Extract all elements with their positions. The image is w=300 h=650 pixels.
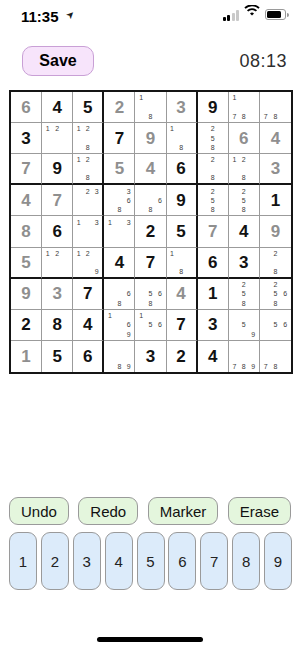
given-digit: 3 [21,130,30,147]
user-digit: 9 [21,285,30,302]
pencil-marks: 13 [74,217,101,245]
cell-r3c3[interactable]: 128 [73,154,104,185]
cell-r8c8[interactable]: 59 [229,310,260,341]
cell-r1c3[interactable]: 5 [73,92,104,123]
cell-r9c2[interactable]: 5 [42,341,73,372]
cell-r2c8[interactable]: 6 [229,123,260,154]
cell-r5c5[interactable]: 2 [135,216,166,247]
pencil-marks: 258 [199,186,227,214]
cell-r8c3[interactable]: 4 [73,310,104,341]
cell-r2c4[interactable]: 7 [104,123,135,154]
given-digit: 2 [176,348,185,365]
cell-r3c8[interactable]: 128 [229,154,260,185]
cell-r4c6[interactable]: 9 [167,185,198,216]
user-digit: 3 [271,160,280,177]
pencil-marks: 28 [199,155,227,182]
location-arrow-icon: ➤ [63,8,77,22]
user-digit: 7 [208,223,217,240]
cell-r1c2[interactable]: 4 [42,92,73,123]
cell-r7c8[interactable]: 258 [229,279,260,310]
given-digit: 3 [239,254,248,271]
cell-r5c7[interactable]: 7 [198,216,229,247]
given-digit: 5 [83,99,92,116]
user-digit: 9 [271,223,280,240]
wifi-icon [244,3,260,21]
given-digit: 7 [146,254,155,271]
pencil-marks: 68 [136,186,164,214]
pencil-marks: 18 [136,93,164,121]
cell-r4c2[interactable]: 7 [42,185,73,216]
user-digit: 4 [146,160,155,177]
given-digit: 9 [208,99,217,116]
given-digit: 5 [176,223,185,240]
cell-r7c9[interactable]: 2568 [260,279,291,310]
cell-r6c5[interactable]: 7 [135,248,166,279]
given-digit: 4 [52,99,61,116]
pencil-marks: 13 [105,217,133,245]
given-digit: 7 [83,285,92,302]
redo-button[interactable]: Redo [78,497,138,525]
pencil-marks: 56 [261,311,290,339]
given-digit: 6 [52,223,61,240]
user-digit: 7 [52,192,61,209]
pencil-marks: 28 [261,249,290,276]
given-digit: 1 [208,285,217,302]
pencil-marks: 23 [74,186,101,214]
pencil-marks: 258 [230,280,258,308]
cell-r1c9[interactable]: 78 [260,92,291,123]
user-digit: 4 [176,285,185,302]
cell-r8c5[interactable]: 156 [135,310,166,341]
pencil-marks: 128 [74,124,101,152]
pencil-marks: 78 [261,93,290,121]
cell-r3c5[interactable]: 4 [135,154,166,185]
cell-r7c3[interactable]: 7 [73,279,104,310]
cell-r6c8[interactable]: 3 [229,248,260,279]
cell-r7c2[interactable]: 3 [42,279,73,310]
cell-r3c4[interactable]: 5 [104,154,135,185]
user-digit: 5 [115,160,124,177]
pencil-marks: 89 [105,342,133,371]
cell-r3c1[interactable]: 7 [11,154,42,185]
pencil-marks: 12 [43,124,71,152]
cell-r9c9[interactable]: 78 [260,341,291,372]
cell-r4c5[interactable]: 68 [135,185,166,216]
cell-r6c2[interactable]: 12 [42,248,73,279]
cell-r9c1[interactable]: 1 [11,341,42,372]
user-digit: 9 [146,130,155,147]
given-digit: 6 [208,254,217,271]
cell-r8c2[interactable]: 8 [42,310,73,341]
cell-r9c7[interactable]: 4 [198,341,229,372]
status-time: 11:35 [21,8,59,25]
cellular-signal-icon [223,10,240,21]
given-digit: 3 [208,316,217,333]
pencil-marks: 59 [230,311,258,339]
cell-r2c6[interactable]: 18 [167,123,198,154]
num-button-9[interactable]: 9 [264,532,292,590]
cell-r3c2[interactable]: 9 [42,154,73,185]
home-indicator[interactable] [97,637,203,642]
cell-r3c6[interactable]: 6 [167,154,198,185]
num-button-6[interactable]: 6 [168,532,196,590]
cell-r8c7[interactable]: 3 [198,310,229,341]
cell-r9c4[interactable]: 89 [104,341,135,372]
user-digit: 1 [21,348,30,365]
cell-r5c2[interactable]: 6 [42,216,73,247]
cell-r6c3[interactable]: 129 [73,248,104,279]
status-icons [223,9,290,21]
cell-r7c5[interactable]: 568 [135,279,166,310]
given-digit: 4 [115,254,124,271]
user-digit: 4 [271,130,280,147]
control-bar: Undo Redo Marker Erase [9,497,291,525]
given-digit: 1 [271,192,280,209]
cell-r2c5[interactable]: 9 [135,123,166,154]
cell-r3c7[interactable]: 28 [198,154,229,185]
cell-r6c4[interactable]: 4 [104,248,135,279]
cell-r9c8[interactable]: 789 [229,341,260,372]
pencil-marks: 129 [74,249,101,276]
undo-button[interactable]: Undo [9,497,69,525]
user-digit: 8 [21,223,30,240]
cell-r1c7[interactable]: 9 [198,92,229,123]
pencil-marks: 568 [136,280,164,308]
cell-r7c6[interactable]: 4 [167,279,198,310]
pencil-marks: 12 [43,249,71,276]
given-digit: 3 [146,348,155,365]
pencil-marks: 78 [261,342,290,371]
cell-r1c8[interactable]: 178 [229,92,260,123]
given-digit: 2 [146,223,155,240]
cell-r2c9[interactable]: 4 [260,123,291,154]
given-digit: 4 [208,348,217,365]
cell-r3c9[interactable]: 3 [260,154,291,185]
user-digit: 6 [239,130,248,147]
cell-r1c4[interactable]: 2 [104,92,135,123]
cell-r5c3[interactable]: 13 [73,216,104,247]
user-digit: 5 [21,254,30,271]
cell-r4c1[interactable]: 4 [11,185,42,216]
cell-r4c7[interactable]: 258 [198,185,229,216]
given-digit: 2 [21,316,30,333]
pencil-marks: 368 [105,186,133,214]
given-digit: 8 [52,316,61,333]
pencil-marks: 18 [168,249,195,276]
cell-r2c1[interactable]: 3 [11,123,42,154]
num-button-2[interactable]: 2 [41,532,69,590]
given-digit: 7 [115,130,124,147]
pencil-marks: 178 [230,93,258,121]
pencil-marks: 128 [230,155,258,182]
given-digit: 6 [176,160,185,177]
given-digit: 4 [83,316,92,333]
pencil-marks: 128 [74,155,101,182]
cell-r6c9[interactable]: 28 [260,248,291,279]
pencil-marks: 169 [105,311,133,339]
num-button-5[interactable]: 5 [137,532,165,590]
given-digit: 5 [52,348,61,365]
cell-r5c8[interactable]: 4 [229,216,260,247]
cell-r9c3[interactable]: 6 [73,341,104,372]
game-timer: 08:13 [239,51,287,72]
cell-r7c4[interactable]: 68 [104,279,135,310]
erase-button[interactable]: Erase [228,497,291,525]
cell-r6c6[interactable]: 18 [167,248,198,279]
user-digit: 4 [21,192,30,209]
given-digit: 6 [83,348,92,365]
cell-r5c1[interactable]: 8 [11,216,42,247]
cell-r8c1[interactable]: 2 [11,310,42,341]
save-button[interactable]: Save [22,46,94,76]
cell-r4c8[interactable]: 258 [229,185,260,216]
pencil-marks: 2568 [261,280,290,308]
user-digit: 2 [115,99,124,116]
given-digit: 9 [52,160,61,177]
user-digit: 6 [21,99,30,116]
cell-r2c2[interactable]: 12 [42,123,73,154]
pencil-marks: 789 [230,342,258,371]
cell-r6c1[interactable]: 5 [11,248,42,279]
num-button-8[interactable]: 8 [232,532,260,590]
cell-r7c7[interactable]: 1 [198,279,229,310]
user-digit: 3 [176,99,185,116]
cell-r8c9[interactable]: 56 [260,310,291,341]
pencil-marks: 156 [136,311,164,339]
cell-r4c3[interactable]: 23 [73,185,104,216]
pencil-marks: 18 [168,124,195,152]
num-button-4[interactable]: 4 [105,532,133,590]
cell-r4c9[interactable]: 1 [260,185,291,216]
cell-r5c4[interactable]: 13 [104,216,135,247]
pencil-marks: 258 [230,186,258,214]
cell-r5c9[interactable]: 9 [260,216,291,247]
battery-icon [265,9,289,21]
cell-r8c6[interactable]: 7 [167,310,198,341]
num-button-3[interactable]: 3 [73,532,101,590]
sudoku-board: 6452183917878312128791825864791285462812… [9,90,293,374]
cell-r9c5[interactable]: 3 [135,341,166,372]
cell-r1c1[interactable]: 6 [11,92,42,123]
cell-r2c7[interactable]: 258 [198,123,229,154]
cell-r7c1[interactable]: 9 [11,279,42,310]
num-button-7[interactable]: 7 [200,532,228,590]
cell-r1c6[interactable]: 3 [167,92,198,123]
pencil-marks: 258 [199,124,227,152]
cell-r8c4[interactable]: 169 [104,310,135,341]
given-digit: 4 [239,223,248,240]
cell-r5c6[interactable]: 5 [167,216,198,247]
user-digit: 3 [52,285,61,302]
number-pad: 123456789 [9,532,292,590]
cell-r9c6[interactable]: 2 [167,341,198,372]
cell-r1c5[interactable]: 18 [135,92,166,123]
pencil-marks: 68 [105,280,133,308]
num-button-1[interactable]: 1 [9,532,37,590]
given-digit: 7 [176,316,185,333]
cell-r6c7[interactable]: 6 [198,248,229,279]
cell-r4c4[interactable]: 368 [104,185,135,216]
marker-button[interactable]: Marker [148,497,219,525]
cell-r2c3[interactable]: 128 [73,123,104,154]
status-bar: 11:35 ➤ [0,0,300,30]
user-digit: 7 [21,160,30,177]
given-digit: 9 [176,192,185,209]
